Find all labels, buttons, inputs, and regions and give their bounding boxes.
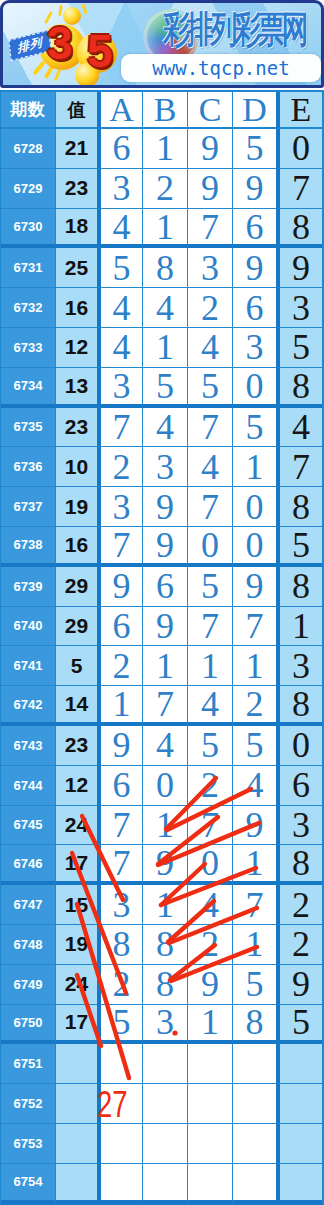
digit-cell-B: 3 bbox=[142, 447, 187, 487]
digit-cell-E: 1 bbox=[276, 607, 322, 647]
digit-cell-B bbox=[142, 1084, 187, 1124]
digit-cell-B bbox=[142, 1124, 187, 1164]
digit-cell-C bbox=[187, 1044, 232, 1084]
sum-value-cell bbox=[55, 1124, 97, 1164]
period-cell: 6729 bbox=[1, 169, 55, 209]
digit-cell-E bbox=[276, 1124, 322, 1164]
period-cell: 6741 bbox=[1, 646, 55, 686]
digit-cell-D: 2 bbox=[232, 686, 276, 726]
digit-cell-A: 7 bbox=[97, 806, 142, 846]
period-cell: 6731 bbox=[1, 248, 55, 288]
digit-cell-B: 4 bbox=[142, 288, 187, 328]
period-cell: 6740 bbox=[1, 607, 55, 647]
digit-cell-E: 8 bbox=[276, 368, 322, 408]
digit-cell-D: 3 bbox=[232, 328, 276, 368]
site-url[interactable]: www.tqcp.net bbox=[152, 57, 289, 79]
digit-cell-B: 1 bbox=[142, 646, 187, 686]
digit-cell-B: 4 bbox=[142, 726, 187, 766]
digit-cell-E bbox=[276, 1084, 322, 1124]
digit-cell-A bbox=[97, 1124, 142, 1164]
digit-cell-D: 9 bbox=[232, 248, 276, 288]
digit-cell-A: 5 bbox=[97, 1005, 142, 1045]
digit-cell-B: 1 bbox=[142, 806, 187, 846]
table-row: 67292332997 bbox=[1, 169, 322, 209]
lottery-trend-screenshot: 彩排列彩票网 www.tqcp.net www.tqcp.net 排列 3 5 … bbox=[0, 0, 324, 1205]
table-row: 67392996598 bbox=[1, 567, 322, 607]
digit-cell-D: 8 bbox=[232, 1005, 276, 1045]
digit-cell-C: 7 bbox=[187, 487, 232, 527]
sum-value-cell: 14 bbox=[55, 686, 97, 726]
sum-value-cell: 23 bbox=[55, 726, 97, 766]
digit-cell-B: 1 bbox=[142, 209, 187, 249]
digit-cell-A: 6 bbox=[97, 129, 142, 169]
table-row: 67301841768 bbox=[1, 209, 322, 249]
digit-cell-E: 9 bbox=[276, 248, 322, 288]
table-row: 67402969771 bbox=[1, 607, 322, 647]
digit-cell-D: 9 bbox=[232, 567, 276, 607]
digit-cell-A: 6 bbox=[97, 766, 142, 806]
digit-cell-E: 5 bbox=[276, 1005, 322, 1045]
column-header-E: E bbox=[276, 92, 322, 129]
digit-cell-E: 0 bbox=[276, 129, 322, 169]
digit-cell-D: 1 bbox=[232, 447, 276, 487]
digit-cell-A: 9 bbox=[97, 726, 142, 766]
period-cell: 6747 bbox=[1, 885, 55, 925]
sum-value-cell: 5 bbox=[55, 646, 97, 686]
period-cell: 6733 bbox=[1, 328, 55, 368]
digit-cell-A: 1 bbox=[97, 686, 142, 726]
period-cell: 6754 bbox=[1, 1164, 55, 1204]
sum-value-cell: 16 bbox=[55, 527, 97, 567]
spark-icon bbox=[32, 61, 45, 76]
digit-cell-C: 5 bbox=[187, 368, 232, 408]
digit-cell-D: 0 bbox=[232, 368, 276, 408]
period-cell: 6738 bbox=[1, 527, 55, 567]
sum-value-cell: 25 bbox=[55, 248, 97, 288]
digit-cell-C: 2 bbox=[187, 288, 232, 328]
digit-cell-A: 7 bbox=[97, 845, 142, 885]
digit-cell-C: 4 bbox=[187, 686, 232, 726]
digit-cell-C: 3 bbox=[187, 248, 232, 288]
digit-cell-C: 1 bbox=[187, 646, 232, 686]
digit-cell-A bbox=[97, 1164, 142, 1204]
sum-value-cell: 10 bbox=[55, 447, 97, 487]
sum-value-cell: 12 bbox=[55, 328, 97, 368]
digit-cell-D: 7 bbox=[232, 885, 276, 925]
digit-cell-D: 9 bbox=[232, 169, 276, 209]
digit-cell-A: 3 bbox=[97, 487, 142, 527]
digit-cell-D: 6 bbox=[232, 288, 276, 328]
digit-cell-C: 0 bbox=[187, 527, 232, 567]
digit-cell-E: 5 bbox=[276, 328, 322, 368]
sum-value-cell: 13 bbox=[55, 368, 97, 408]
sum-value-cell: 16 bbox=[55, 288, 97, 328]
table-row: 67471531472 bbox=[1, 885, 322, 925]
digit-cell-E: 8 bbox=[276, 567, 322, 607]
digit-cell-E: 8 bbox=[276, 845, 322, 885]
digit-cell-D: 5 bbox=[232, 965, 276, 1005]
table-row: 67481988212 bbox=[1, 925, 322, 965]
sum-value-cell: 12 bbox=[55, 766, 97, 806]
digit-cell-E bbox=[276, 1164, 322, 1204]
digit-cell-B: 8 bbox=[142, 965, 187, 1005]
period-cell: 6750 bbox=[1, 1005, 55, 1045]
digit-cell-A bbox=[97, 1044, 142, 1084]
digit-cell-E: 9 bbox=[276, 965, 322, 1005]
digit-cell-D bbox=[232, 1124, 276, 1164]
digit-cell-A: 8 bbox=[97, 925, 142, 965]
digit-cell-D: 5 bbox=[232, 408, 276, 448]
sum-value-cell: 24 bbox=[55, 965, 97, 1005]
digit-cell-B: 5 bbox=[142, 368, 187, 408]
digit-cell-E: 8 bbox=[276, 209, 322, 249]
digit-cell-E: 2 bbox=[276, 925, 322, 965]
sum-value-cell: 17 bbox=[55, 845, 97, 885]
digit-cell-E: 7 bbox=[276, 447, 322, 487]
digit-cell-C: 2 bbox=[187, 766, 232, 806]
site-name-watermark: 彩排列彩票网 bbox=[163, 11, 285, 48]
period-cell: 6752 bbox=[1, 1084, 55, 1124]
digit-cell-E: 3 bbox=[276, 646, 322, 686]
digit-cell-B bbox=[142, 1044, 187, 1084]
digit-cell-C: 7 bbox=[187, 209, 232, 249]
table-row: 67282161950 bbox=[1, 129, 322, 169]
table-row: 67331241435 bbox=[1, 328, 322, 368]
digit-cell-C: 4 bbox=[187, 328, 232, 368]
period-cell: 6748 bbox=[1, 925, 55, 965]
digit-cell-C bbox=[187, 1164, 232, 1204]
digit-cell-B: 0 bbox=[142, 766, 187, 806]
digit-cell-C: 4 bbox=[187, 885, 232, 925]
digit-cell-D bbox=[232, 1044, 276, 1084]
digit-cell-A: 9 bbox=[97, 567, 142, 607]
sum-value-cell: 19 bbox=[55, 925, 97, 965]
digit-cell-B: 4 bbox=[142, 408, 187, 448]
spark-icon bbox=[82, 4, 88, 14]
sum-value-cell: 17 bbox=[55, 1005, 97, 1045]
table-header-row: 期数值ABCDE bbox=[1, 92, 322, 129]
digit-cell-A: 3 bbox=[97, 885, 142, 925]
digit-cell-D: 7 bbox=[232, 607, 276, 647]
digit-cell-C: 7 bbox=[187, 408, 232, 448]
handwritten-note-27: 27 bbox=[97, 1084, 127, 1126]
digit-cell-C: 0 bbox=[187, 845, 232, 885]
digit-cell-D: 1 bbox=[232, 646, 276, 686]
table-row: 67312558399 bbox=[1, 248, 322, 288]
digit-cell-C: 9 bbox=[187, 169, 232, 209]
sum-value-cell: 23 bbox=[55, 169, 97, 209]
table-row: 67321644263 bbox=[1, 288, 322, 328]
logo-digit-5: 5 bbox=[87, 28, 113, 74]
digit-cell-C bbox=[187, 1124, 232, 1164]
digit-cell-D: 0 bbox=[232, 487, 276, 527]
sum-value-cell: 15 bbox=[55, 885, 97, 925]
digit-cell-A: 4 bbox=[97, 209, 142, 249]
digit-cell-D: 0 bbox=[232, 527, 276, 567]
digit-cell-C: 5 bbox=[187, 567, 232, 607]
period-cell: 6751 bbox=[1, 1044, 55, 1084]
sum-value-cell: 21 bbox=[55, 129, 97, 169]
period-cell: 6735 bbox=[1, 408, 55, 448]
period-cell: 6742 bbox=[1, 686, 55, 726]
digit-cell-B: 9 bbox=[142, 527, 187, 567]
column-header-period: 期数 bbox=[1, 92, 55, 129]
digit-cell-A: 2 bbox=[97, 447, 142, 487]
table-row: 67441260246 bbox=[1, 766, 322, 806]
digit-cell-A: 2 bbox=[97, 965, 142, 1005]
table-row: 67492428959 bbox=[1, 965, 322, 1005]
period-cell: 6745 bbox=[1, 806, 55, 846]
url-pill[interactable]: www.tqcp.net bbox=[121, 54, 321, 82]
digit-cell-A: 5 bbox=[97, 248, 142, 288]
table-row: 6751 bbox=[1, 1044, 322, 1084]
period-cell: 6749 bbox=[1, 965, 55, 1005]
digit-cell-B: 8 bbox=[142, 925, 187, 965]
sum-value-cell: 29 bbox=[55, 607, 97, 647]
digit-cell-B: 1 bbox=[142, 328, 187, 368]
digit-cell-E: 7 bbox=[276, 169, 322, 209]
digit-cell-D: 4 bbox=[232, 766, 276, 806]
digit-cell-B: 6 bbox=[142, 567, 187, 607]
digit-cell-D bbox=[232, 1164, 276, 1204]
logo-digit-3: 3 bbox=[47, 20, 73, 66]
digit-cell-D bbox=[232, 1084, 276, 1124]
digit-cell-B: 7 bbox=[142, 686, 187, 726]
digit-cell-A: 7 bbox=[97, 408, 142, 448]
digit-cell-E: 8 bbox=[276, 487, 322, 527]
digit-cell-E bbox=[276, 1044, 322, 1084]
digit-cell-A: 3 bbox=[97, 368, 142, 408]
table-row: 6754 bbox=[1, 1164, 322, 1204]
digit-cell-A: 2 bbox=[97, 646, 142, 686]
digit-cell-D: 1 bbox=[232, 925, 276, 965]
table-row: 67381679005 bbox=[1, 527, 322, 567]
digit-cell-B: 1 bbox=[142, 885, 187, 925]
sum-value-cell: 29 bbox=[55, 567, 97, 607]
period-cell: 6744 bbox=[1, 766, 55, 806]
period-cell: 6737 bbox=[1, 487, 55, 527]
digit-cell-B: 1 bbox=[142, 129, 187, 169]
digit-cell-B: 9 bbox=[142, 487, 187, 527]
digit-cell-B: 2 bbox=[142, 169, 187, 209]
digit-cell-D: 6 bbox=[232, 209, 276, 249]
spark-icon bbox=[54, 69, 61, 81]
sum-value-cell: 18 bbox=[55, 209, 97, 249]
digit-cell-A: 3 bbox=[97, 169, 142, 209]
table-row: 6753 bbox=[1, 1124, 322, 1164]
period-cell: 6728 bbox=[1, 129, 55, 169]
digit-cell-D: 9 bbox=[232, 806, 276, 846]
period-cell: 6739 bbox=[1, 567, 55, 607]
digit-cell-A: 4 bbox=[97, 328, 142, 368]
digit-cell-C: 7 bbox=[187, 806, 232, 846]
sum-value-cell bbox=[55, 1044, 97, 1084]
digit-cell-C: 9 bbox=[187, 965, 232, 1005]
digit-cell-D: 5 bbox=[232, 129, 276, 169]
table-row: 67461779018 bbox=[1, 845, 322, 885]
digit-cell-E: 5 bbox=[276, 527, 322, 567]
period-cell: 6734 bbox=[1, 368, 55, 408]
column-header-B: B bbox=[142, 92, 187, 129]
sum-value-cell: 23 bbox=[55, 408, 97, 448]
column-header-D: D bbox=[232, 92, 276, 129]
period-cell: 6746 bbox=[1, 845, 55, 885]
table-row: 67421417428 bbox=[1, 686, 322, 726]
table-row: 67341335508 bbox=[1, 368, 322, 408]
digit-cell-E: 0 bbox=[276, 726, 322, 766]
table-row: 67352374754 bbox=[1, 408, 322, 448]
table-row: 67452471793 bbox=[1, 806, 322, 846]
column-header-C: C bbox=[187, 92, 232, 129]
digit-cell-C: 9 bbox=[187, 129, 232, 169]
digit-cell-D: 5 bbox=[232, 726, 276, 766]
digit-cell-C: 2 bbox=[187, 925, 232, 965]
digit-cell-E: 4 bbox=[276, 408, 322, 448]
table-body: 6728216195067292332997673018417686731255… bbox=[1, 129, 322, 1204]
period-cell: 6753 bbox=[1, 1124, 55, 1164]
digit-cell-E: 8 bbox=[276, 686, 322, 726]
period-cell: 6743 bbox=[1, 726, 55, 766]
digit-cell-B: 8 bbox=[142, 248, 187, 288]
digit-cell-B: 9 bbox=[142, 607, 187, 647]
digit-cell-B: 3 bbox=[142, 1005, 187, 1045]
period-cell: 6730 bbox=[1, 209, 55, 249]
digit-cell-C bbox=[187, 1084, 232, 1124]
digit-cell-C: 7 bbox=[187, 607, 232, 647]
sum-value-cell bbox=[55, 1084, 97, 1124]
table-row: 67361023417 bbox=[1, 447, 322, 487]
sum-value-cell: 24 bbox=[55, 806, 97, 846]
digit-cell-A: 4 bbox=[97, 288, 142, 328]
table-row: 6741521113 bbox=[1, 646, 322, 686]
sum-value-cell: 19 bbox=[55, 487, 97, 527]
digit-cell-C: 4 bbox=[187, 447, 232, 487]
digit-cell-A: 6 bbox=[97, 607, 142, 647]
digit-cell-C: 5 bbox=[187, 726, 232, 766]
table-row: 67371939708 bbox=[1, 487, 322, 527]
table-row: 6752 bbox=[1, 1084, 322, 1124]
digit-cell-B bbox=[142, 1164, 187, 1204]
table-row: 67501753185 bbox=[1, 1005, 322, 1045]
digit-cell-B: 9 bbox=[142, 845, 187, 885]
period-cell: 6736 bbox=[1, 447, 55, 487]
digit-cell-C: 1 bbox=[187, 1005, 232, 1045]
digit-cell-E: 3 bbox=[276, 806, 322, 846]
site-banner: 彩排列彩票网 www.tqcp.net www.tqcp.net 排列 3 5 bbox=[0, 0, 324, 88]
column-header-value: 值 bbox=[55, 92, 97, 129]
sum-value-cell bbox=[55, 1164, 97, 1204]
period-cell: 6732 bbox=[1, 288, 55, 328]
trend-table: 期数值ABCDE 6728216195067292332997673018417… bbox=[0, 90, 324, 1205]
column-header-A: A bbox=[97, 92, 142, 129]
digit-cell-D: 1 bbox=[232, 845, 276, 885]
digit-cell-E: 6 bbox=[276, 766, 322, 806]
digit-cell-A: 7 bbox=[97, 527, 142, 567]
digit-cell-E: 2 bbox=[276, 885, 322, 925]
table-row: 67432394550 bbox=[1, 726, 322, 766]
digit-cell-E: 3 bbox=[276, 288, 322, 328]
